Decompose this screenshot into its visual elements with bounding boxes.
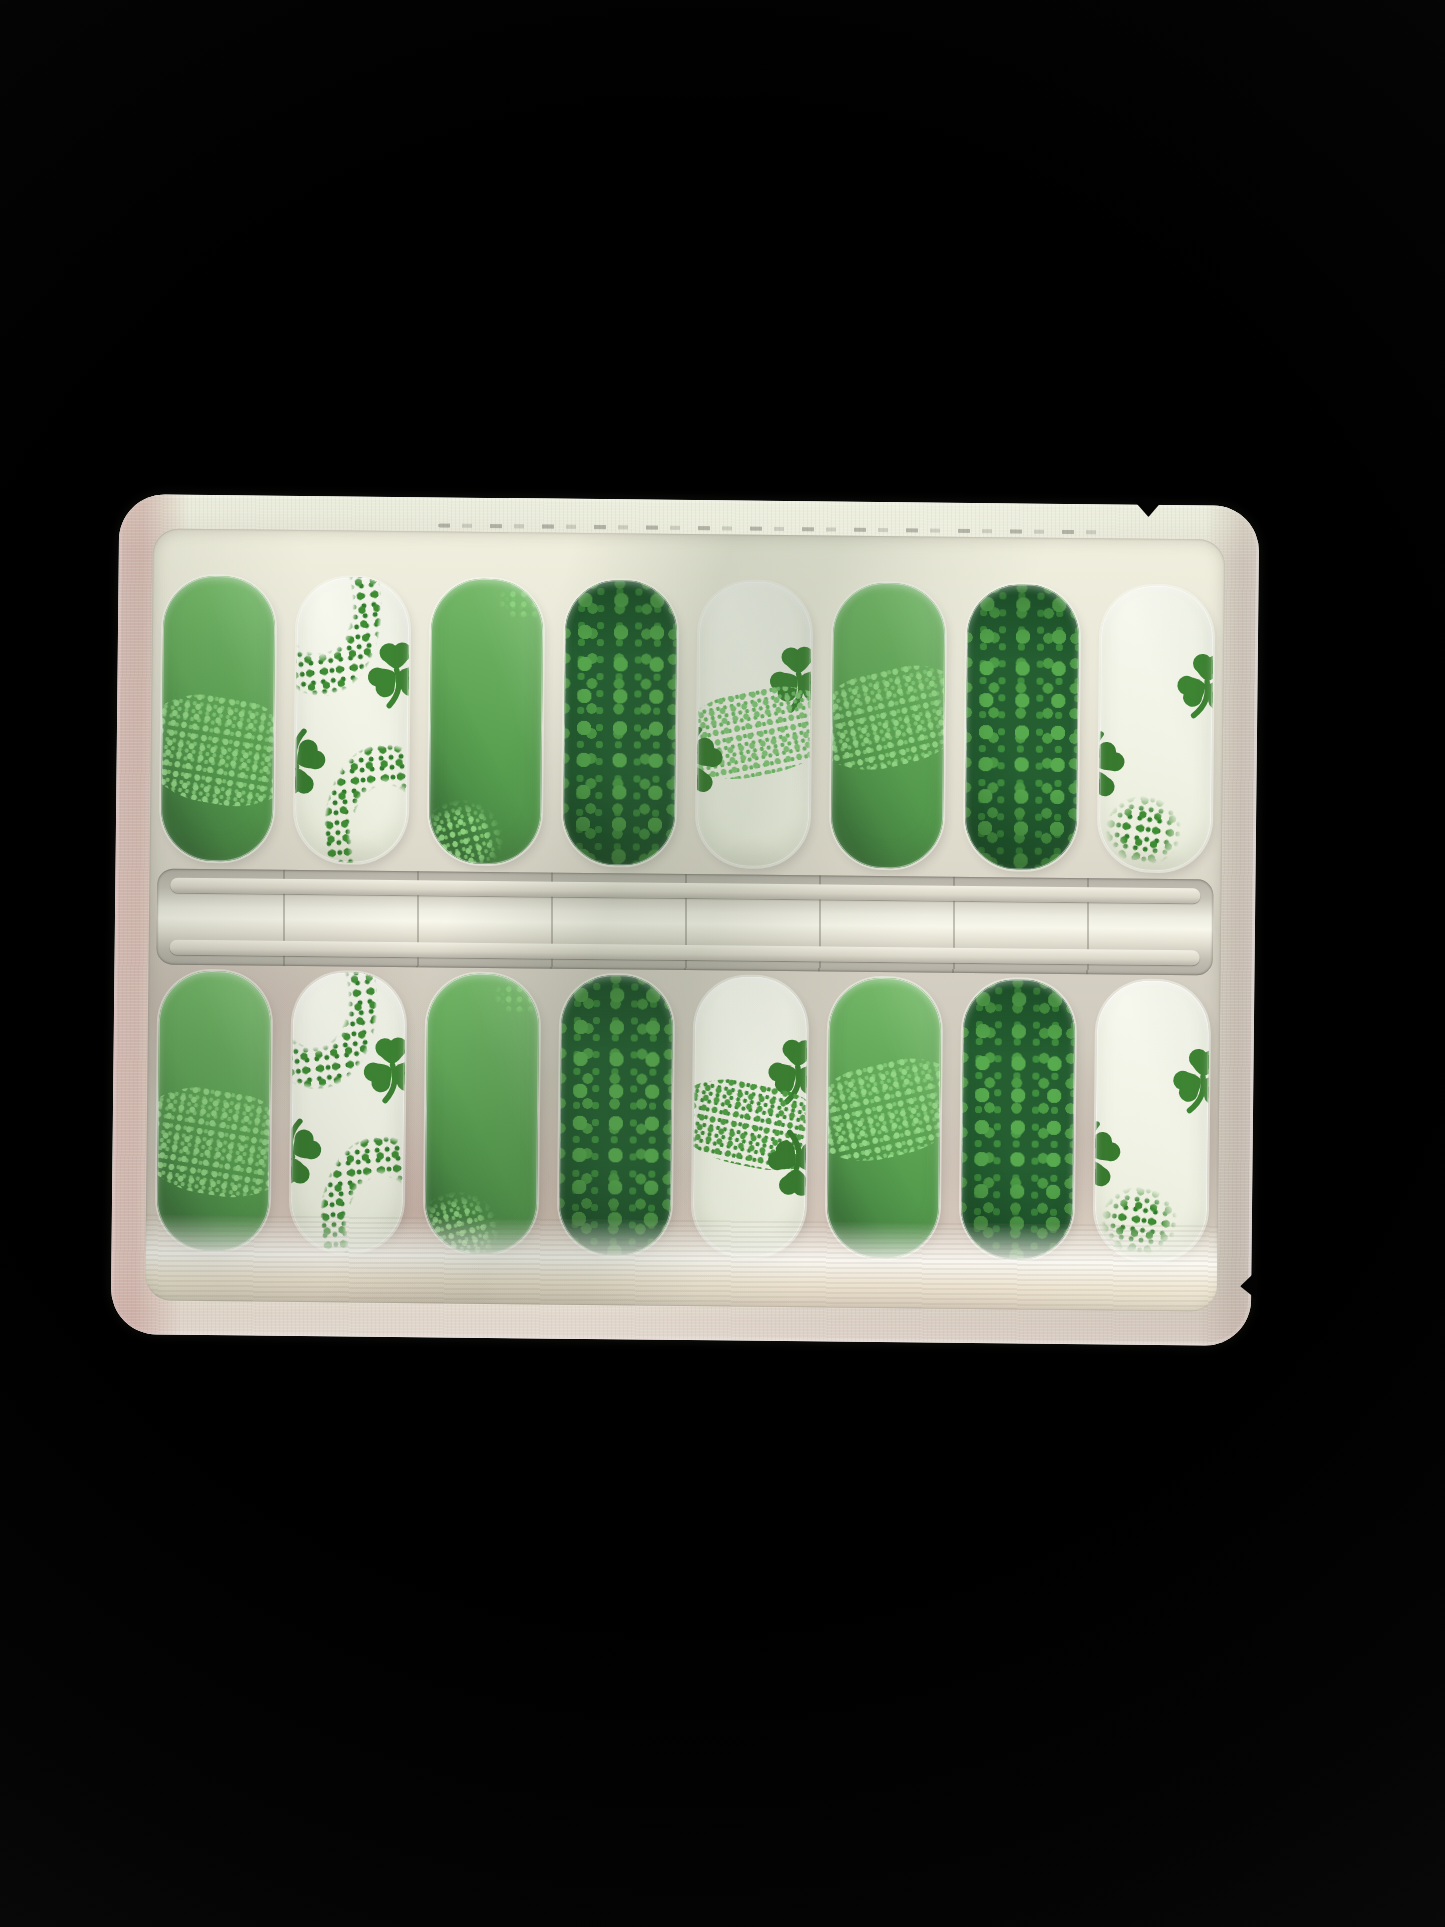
shamrock-icon <box>724 986 802 1071</box>
shamrock-icon <box>720 597 799 683</box>
nail-wrap-white-clover-b <box>1099 585 1214 871</box>
dot-cluster <box>1099 788 1190 871</box>
nail-wrap-white-clover-band <box>697 581 812 867</box>
photo-background: { "scene": { "description": "Overhead ph… <box>0 0 1445 1927</box>
speckle-dots <box>429 788 515 865</box>
nail-wrap-dark-dotted <box>558 975 673 1256</box>
speckle-dots <box>424 1179 510 1255</box>
nail-wrap-white-clover-band-alt <box>692 976 807 1257</box>
dot-arc <box>315 738 409 864</box>
nail-wrap-dark-dotted <box>965 584 1080 870</box>
speckle-dots <box>496 579 543 622</box>
nail-wrap-white-clover-b <box>1094 980 1209 1261</box>
nail-wrap-row-top <box>150 575 1225 871</box>
shamrock-icon <box>697 752 778 843</box>
nail-wrap-dark-dotted <box>960 979 1075 1260</box>
shamrock-icon <box>1133 596 1213 686</box>
speckle-band <box>697 675 812 790</box>
dot-arc <box>311 1130 405 1253</box>
nail-wrap-dark-dotted <box>563 580 678 866</box>
nail-wrap-green-band-a <box>161 576 276 862</box>
separator-ridge <box>169 940 1200 966</box>
sheet-separator <box>157 868 1214 975</box>
shamrock-icon <box>314 987 393 1073</box>
dot-arc <box>295 577 394 705</box>
shamrock-icon <box>717 1158 797 1246</box>
shamrock-icon <box>1094 1146 1175 1237</box>
foil-package <box>111 494 1260 1346</box>
nail-wrap-green-band-b <box>831 583 946 869</box>
nail-wrap-green-solid <box>429 578 544 864</box>
speckle-band <box>826 1045 941 1174</box>
speckle-band <box>157 1076 272 1207</box>
shamrock-icon <box>318 593 397 679</box>
speckle-band <box>831 652 946 783</box>
shamrock-icon <box>296 758 375 844</box>
nail-wrap-white-clover-a <box>291 972 406 1253</box>
dot-arc <box>291 972 390 1098</box>
nail-wrap-white-clover-a <box>295 577 410 863</box>
shamrock-icon <box>292 1149 371 1235</box>
nail-wrap-green-band-b <box>826 978 941 1259</box>
speckle-band <box>161 683 276 816</box>
speckle-dots <box>492 974 539 1017</box>
nail-wrap-green-solid <box>424 973 539 1254</box>
package-window <box>145 528 1225 1311</box>
speckle-band <box>692 1068 807 1182</box>
dot-cluster <box>1094 1180 1184 1262</box>
shamrock-icon <box>1099 756 1180 847</box>
shamrock-icon <box>1129 991 1209 1081</box>
separator-ridge <box>170 878 1201 904</box>
nail-wrap-row-bottom <box>146 970 1221 1261</box>
nail-wrap-green-band-a <box>157 970 272 1251</box>
